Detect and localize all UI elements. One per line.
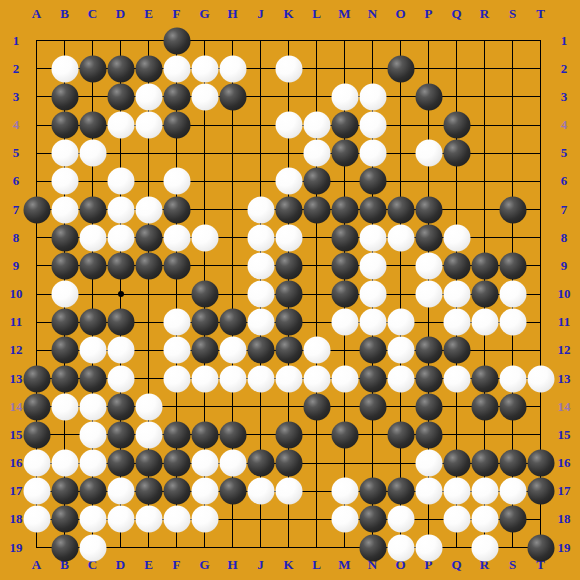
white-stone-q17: [443, 478, 470, 505]
white-stone-f6: [163, 168, 190, 195]
white-stone-p5: [415, 140, 442, 167]
column-label-bottom: A: [32, 557, 41, 573]
white-stone-n11: [359, 309, 386, 336]
white-stone-g17: [191, 478, 218, 505]
black-stone-k10: [275, 281, 302, 308]
white-stone-a16: [23, 450, 50, 477]
grid-vline: [400, 40, 401, 548]
white-stone-g16: [191, 450, 218, 477]
column-label-top: H: [227, 6, 237, 22]
row-label-right: 5: [561, 145, 568, 161]
column-label-bottom: Q: [451, 557, 461, 573]
row-label-left: 13: [10, 371, 23, 387]
column-label-top: M: [338, 6, 350, 22]
black-stone-e9: [135, 252, 162, 279]
black-stone-n19: [359, 534, 386, 561]
white-stone-o8: [387, 224, 414, 251]
column-label-bottom: M: [338, 557, 350, 573]
white-stone-k6: [275, 168, 302, 195]
white-stone-c12: [79, 337, 106, 364]
black-stone-q9: [443, 252, 470, 279]
column-label-top: A: [32, 6, 41, 22]
white-stone-n3: [359, 83, 386, 110]
white-stone-d12: [107, 337, 134, 364]
white-stone-p10: [415, 281, 442, 308]
black-stone-o17: [387, 478, 414, 505]
column-label-top: D: [116, 6, 125, 22]
black-stone-o2: [387, 55, 414, 82]
black-stone-p7: [415, 196, 442, 223]
column-label-top: T: [536, 6, 545, 22]
black-stone-c9: [79, 252, 106, 279]
black-stone-d11: [107, 309, 134, 336]
white-stone-g13: [191, 365, 218, 392]
white-stone-k2: [275, 55, 302, 82]
black-stone-h15: [219, 421, 246, 448]
black-stone-a15: [23, 421, 50, 448]
row-label-left: 1: [13, 33, 20, 49]
black-stone-d3: [107, 83, 134, 110]
black-stone-p3: [415, 83, 442, 110]
column-label-bottom: L: [312, 557, 321, 573]
column-label-bottom: K: [283, 557, 293, 573]
white-stone-c15: [79, 421, 106, 448]
black-stone-d14: [107, 393, 134, 420]
row-label-left: 15: [10, 427, 23, 443]
white-stone-j7: [247, 196, 274, 223]
row-label-left: 9: [13, 258, 20, 274]
black-stone-f15: [163, 421, 190, 448]
row-label-right: 18: [558, 511, 571, 527]
black-stone-e8: [135, 224, 162, 251]
column-label-top: F: [173, 6, 181, 22]
column-label-top: C: [88, 6, 97, 22]
column-label-top: G: [199, 6, 209, 22]
white-stone-d18: [107, 506, 134, 533]
column-label-top: S: [509, 6, 516, 22]
row-label-left: 6: [13, 173, 20, 189]
black-stone-g11: [191, 309, 218, 336]
white-stone-q11: [443, 309, 470, 336]
black-stone-m15: [331, 421, 358, 448]
white-stone-b5: [51, 140, 78, 167]
black-stone-b9: [51, 252, 78, 279]
white-stone-p19: [415, 534, 442, 561]
black-stone-e16: [135, 450, 162, 477]
column-label-top: K: [283, 6, 293, 22]
white-stone-b7: [51, 196, 78, 223]
black-stone-t16: [527, 450, 554, 477]
row-label-left: 17: [10, 483, 23, 499]
black-stone-h17: [219, 478, 246, 505]
white-stone-m18: [331, 506, 358, 533]
row-label-right: 16: [558, 455, 571, 471]
white-stone-p9: [415, 252, 442, 279]
black-stone-k9: [275, 252, 302, 279]
black-stone-r9: [471, 252, 498, 279]
row-label-right: 4: [561, 117, 568, 133]
black-stone-s7: [499, 196, 526, 223]
black-stone-l6: [303, 168, 330, 195]
black-stone-j12: [247, 337, 274, 364]
white-stone-l13: [303, 365, 330, 392]
white-stone-d17: [107, 478, 134, 505]
row-label-right: 7: [561, 202, 568, 218]
white-stone-k13: [275, 365, 302, 392]
white-stone-o11: [387, 309, 414, 336]
white-stone-q18: [443, 506, 470, 533]
white-stone-j8: [247, 224, 274, 251]
row-label-right: 19: [558, 540, 571, 556]
black-stone-m5: [331, 140, 358, 167]
black-stone-b19: [51, 534, 78, 561]
black-stone-b12: [51, 337, 78, 364]
black-stone-n12: [359, 337, 386, 364]
row-label-right: 11: [558, 314, 570, 330]
white-stone-m3: [331, 83, 358, 110]
black-stone-p12: [415, 337, 442, 364]
black-stone-p14: [415, 393, 442, 420]
black-stone-b17: [51, 478, 78, 505]
row-label-right: 2: [561, 61, 568, 77]
black-stone-p15: [415, 421, 442, 448]
black-stone-o7: [387, 196, 414, 223]
white-stone-s11: [499, 309, 526, 336]
black-stone-b13: [51, 365, 78, 392]
black-stone-a13: [23, 365, 50, 392]
black-stone-q16: [443, 450, 470, 477]
white-stone-q10: [443, 281, 470, 308]
row-label-left: 2: [13, 61, 20, 77]
white-stone-e3: [135, 83, 162, 110]
black-stone-a14: [23, 393, 50, 420]
white-stone-b16: [51, 450, 78, 477]
column-label-top: N: [368, 6, 377, 22]
white-stone-h13: [219, 365, 246, 392]
black-stone-d2: [107, 55, 134, 82]
white-stone-s13: [499, 365, 526, 392]
column-label-top: R: [480, 6, 489, 22]
black-stone-t19: [527, 534, 554, 561]
white-stone-f18: [163, 506, 190, 533]
white-stone-g3: [191, 83, 218, 110]
black-stone-d15: [107, 421, 134, 448]
black-stone-g12: [191, 337, 218, 364]
white-stone-e4: [135, 112, 162, 139]
white-stone-c18: [79, 506, 106, 533]
white-stone-e14: [135, 393, 162, 420]
white-stone-f11: [163, 309, 190, 336]
white-stone-m11: [331, 309, 358, 336]
white-stone-r18: [471, 506, 498, 533]
black-stone-s18: [499, 506, 526, 533]
column-label-top: Q: [451, 6, 461, 22]
white-stone-r17: [471, 478, 498, 505]
white-stone-j17: [247, 478, 274, 505]
column-label-bottom: G: [199, 557, 209, 573]
black-stone-f9: [163, 252, 190, 279]
black-stone-r14: [471, 393, 498, 420]
black-stone-k16: [275, 450, 302, 477]
black-stone-q5: [443, 140, 470, 167]
white-stone-n4: [359, 112, 386, 139]
black-stone-k7: [275, 196, 302, 223]
white-stone-r11: [471, 309, 498, 336]
black-stone-l14: [303, 393, 330, 420]
white-stone-b2: [51, 55, 78, 82]
black-stone-r13: [471, 365, 498, 392]
black-stone-q12: [443, 337, 470, 364]
black-stone-m10: [331, 281, 358, 308]
white-stone-t13: [527, 365, 554, 392]
black-stone-b3: [51, 83, 78, 110]
column-label-bottom: D: [116, 557, 125, 573]
black-stone-f7: [163, 196, 190, 223]
white-stone-o12: [387, 337, 414, 364]
black-stone-m8: [331, 224, 358, 251]
row-label-right: 17: [558, 483, 571, 499]
white-stone-d8: [107, 224, 134, 251]
column-label-top: O: [395, 6, 405, 22]
white-stone-e15: [135, 421, 162, 448]
white-stone-c14: [79, 393, 106, 420]
row-label-left: 11: [10, 314, 22, 330]
black-stone-e2: [135, 55, 162, 82]
black-stone-b18: [51, 506, 78, 533]
column-label-bottom: H: [227, 557, 237, 573]
black-stone-f3: [163, 83, 190, 110]
white-stone-a17: [23, 478, 50, 505]
white-stone-o19: [387, 534, 414, 561]
black-stone-c4: [79, 112, 106, 139]
black-stone-r10: [471, 281, 498, 308]
black-stone-b8: [51, 224, 78, 251]
row-label-left: 18: [10, 511, 23, 527]
column-label-top: P: [425, 6, 433, 22]
white-stone-n5: [359, 140, 386, 167]
white-stone-f12: [163, 337, 190, 364]
black-stone-c2: [79, 55, 106, 82]
row-label-left: 4: [13, 117, 20, 133]
row-label-left: 5: [13, 145, 20, 161]
column-label-bottom: F: [173, 557, 181, 573]
row-label-right: 13: [558, 371, 571, 387]
white-stone-n10: [359, 281, 386, 308]
row-label-left: 3: [13, 89, 20, 105]
white-stone-a18: [23, 506, 50, 533]
white-stone-b10: [51, 281, 78, 308]
column-label-bottom: S: [509, 557, 516, 573]
black-stone-m9: [331, 252, 358, 279]
white-stone-q8: [443, 224, 470, 251]
black-stone-n18: [359, 506, 386, 533]
white-stone-d6: [107, 168, 134, 195]
row-label-right: 14: [558, 399, 571, 415]
column-label-top: B: [60, 6, 69, 22]
white-stone-b6: [51, 168, 78, 195]
white-stone-s17: [499, 478, 526, 505]
white-stone-f2: [163, 55, 190, 82]
white-stone-j13: [247, 365, 274, 392]
row-label-right: 9: [561, 258, 568, 274]
black-stone-k15: [275, 421, 302, 448]
black-stone-n6: [359, 168, 386, 195]
black-stone-c13: [79, 365, 106, 392]
black-stone-s16: [499, 450, 526, 477]
white-stone-d13: [107, 365, 134, 392]
white-stone-n8: [359, 224, 386, 251]
white-stone-l12: [303, 337, 330, 364]
black-stone-c7: [79, 196, 106, 223]
black-stone-n13: [359, 365, 386, 392]
row-label-right: 8: [561, 230, 568, 246]
white-stone-p17: [415, 478, 442, 505]
black-stone-n14: [359, 393, 386, 420]
black-stone-p8: [415, 224, 442, 251]
white-stone-k8: [275, 224, 302, 251]
white-stone-f13: [163, 365, 190, 392]
white-stone-j10: [247, 281, 274, 308]
white-stone-n9: [359, 252, 386, 279]
black-stone-b4: [51, 112, 78, 139]
black-stone-n7: [359, 196, 386, 223]
row-label-right: 10: [558, 286, 571, 302]
black-stone-o15: [387, 421, 414, 448]
column-label-bottom: E: [144, 557, 153, 573]
white-stone-c16: [79, 450, 106, 477]
black-stone-b11: [51, 309, 78, 336]
white-stone-o13: [387, 365, 414, 392]
row-label-right: 1: [561, 33, 568, 49]
white-stone-j11: [247, 309, 274, 336]
black-stone-n17: [359, 478, 386, 505]
black-stone-h11: [219, 309, 246, 336]
white-stone-e18: [135, 506, 162, 533]
white-stone-h12: [219, 337, 246, 364]
black-stone-e17: [135, 478, 162, 505]
white-stone-h2: [219, 55, 246, 82]
white-stone-e7: [135, 196, 162, 223]
black-stone-l7: [303, 196, 330, 223]
row-label-right: 12: [558, 342, 571, 358]
black-stone-f17: [163, 478, 190, 505]
white-stone-d7: [107, 196, 134, 223]
black-stone-c11: [79, 309, 106, 336]
white-stone-s10: [499, 281, 526, 308]
white-stone-l5: [303, 140, 330, 167]
white-stone-m13: [331, 365, 358, 392]
black-stone-c17: [79, 478, 106, 505]
row-label-left: 7: [13, 202, 20, 218]
black-stone-s14: [499, 393, 526, 420]
black-stone-r16: [471, 450, 498, 477]
star-point-d10: [118, 291, 124, 297]
column-label-bottom: J: [257, 557, 264, 573]
black-stone-g10: [191, 281, 218, 308]
white-stone-k4: [275, 112, 302, 139]
row-label-left: 19: [10, 540, 23, 556]
column-label-top: L: [312, 6, 321, 22]
black-stone-f1: [163, 27, 190, 54]
column-label-top: E: [144, 6, 153, 22]
white-stone-h16: [219, 450, 246, 477]
row-label-left: 14: [10, 399, 23, 415]
row-label-left: 16: [10, 455, 23, 471]
white-stone-o18: [387, 506, 414, 533]
black-stone-a7: [23, 196, 50, 223]
black-stone-m7: [331, 196, 358, 223]
white-stone-k17: [275, 478, 302, 505]
white-stone-m17: [331, 478, 358, 505]
row-label-left: 10: [10, 286, 23, 302]
black-stone-d16: [107, 450, 134, 477]
black-stone-t17: [527, 478, 554, 505]
black-stone-f4: [163, 112, 190, 139]
row-label-left: 12: [10, 342, 23, 358]
black-stone-j16: [247, 450, 274, 477]
black-stone-h3: [219, 83, 246, 110]
column-label-top: J: [257, 6, 264, 22]
white-stone-f8: [163, 224, 190, 251]
black-stone-f16: [163, 450, 190, 477]
black-stone-k12: [275, 337, 302, 364]
white-stone-q13: [443, 365, 470, 392]
white-stone-l4: [303, 112, 330, 139]
black-stone-k11: [275, 309, 302, 336]
black-stone-g15: [191, 421, 218, 448]
white-stone-c8: [79, 224, 106, 251]
go-board[interactable]: AABBCCDDEEFFGGHHJJKKLLMMNNOOPPQQRRSSTT11…: [0, 0, 580, 580]
row-label-right: 15: [558, 427, 571, 443]
white-stone-g18: [191, 506, 218, 533]
row-label-right: 6: [561, 173, 568, 189]
row-label-left: 8: [13, 230, 20, 246]
black-stone-d9: [107, 252, 134, 279]
white-stone-b14: [51, 393, 78, 420]
white-stone-p16: [415, 450, 442, 477]
white-stone-c19: [79, 534, 106, 561]
black-stone-p13: [415, 365, 442, 392]
white-stone-c5: [79, 140, 106, 167]
white-stone-g8: [191, 224, 218, 251]
white-stone-j9: [247, 252, 274, 279]
black-stone-s9: [499, 252, 526, 279]
white-stone-r19: [471, 534, 498, 561]
row-label-right: 3: [561, 89, 568, 105]
black-stone-m4: [331, 112, 358, 139]
white-stone-d4: [107, 112, 134, 139]
black-stone-q4: [443, 112, 470, 139]
white-stone-g2: [191, 55, 218, 82]
